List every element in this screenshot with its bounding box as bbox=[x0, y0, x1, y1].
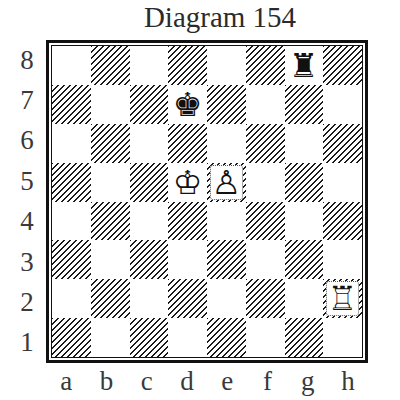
square-h8[interactable] bbox=[323, 46, 362, 85]
square-g6[interactable] bbox=[285, 124, 324, 163]
piece-white-king[interactable]: ♔ bbox=[173, 166, 203, 199]
file-labels: abcdefgh bbox=[46, 364, 368, 398]
square-e7[interactable] bbox=[207, 85, 246, 124]
diagram-title: Diagram 154 bbox=[144, 1, 296, 34]
square-b6[interactable] bbox=[91, 124, 130, 163]
file-label-e: e bbox=[207, 364, 247, 398]
square-h3[interactable] bbox=[323, 240, 362, 279]
square-b8[interactable] bbox=[91, 46, 130, 85]
square-h5[interactable] bbox=[323, 163, 362, 202]
square-f5[interactable] bbox=[246, 163, 285, 202]
piece-black-king[interactable]: ♚ bbox=[173, 88, 203, 121]
square-f8[interactable] bbox=[246, 46, 285, 85]
square-d5[interactable]: ♔ bbox=[168, 163, 207, 202]
square-c5[interactable] bbox=[130, 163, 169, 202]
square-e2[interactable] bbox=[207, 279, 246, 318]
square-f2[interactable] bbox=[246, 279, 285, 318]
square-a2[interactable] bbox=[52, 279, 91, 318]
square-b2[interactable] bbox=[91, 279, 130, 318]
rank-label-3: 3 bbox=[12, 242, 42, 282]
square-c8[interactable] bbox=[130, 46, 169, 85]
square-c7[interactable] bbox=[130, 85, 169, 124]
square-g4[interactable] bbox=[285, 202, 324, 241]
chess-board: ♜♚♔♙♖ bbox=[51, 45, 363, 358]
square-a3[interactable] bbox=[52, 240, 91, 279]
square-h2[interactable]: ♖ bbox=[323, 279, 362, 318]
square-g8[interactable]: ♜ bbox=[285, 46, 324, 85]
square-b1[interactable] bbox=[91, 318, 130, 357]
square-e1[interactable] bbox=[207, 318, 246, 357]
file-label-a: a bbox=[46, 364, 86, 398]
square-a7[interactable] bbox=[52, 85, 91, 124]
square-f1[interactable] bbox=[246, 318, 285, 357]
square-a8[interactable] bbox=[52, 46, 91, 85]
square-e6[interactable] bbox=[207, 124, 246, 163]
square-d7[interactable]: ♚ bbox=[168, 85, 207, 124]
file-label-f: f bbox=[247, 364, 287, 398]
square-f3[interactable] bbox=[246, 240, 285, 279]
square-g1[interactable] bbox=[285, 318, 324, 357]
square-f6[interactable] bbox=[246, 124, 285, 163]
square-f4[interactable] bbox=[246, 202, 285, 241]
chess-diagram-page: Diagram 154 87654321 ♜♚♔♙♖ abcdefgh bbox=[0, 0, 400, 400]
square-c1[interactable] bbox=[130, 318, 169, 357]
square-e3[interactable] bbox=[207, 240, 246, 279]
square-g2[interactable] bbox=[285, 279, 324, 318]
square-d1[interactable] bbox=[168, 318, 207, 357]
rank-label-6: 6 bbox=[12, 121, 42, 161]
square-e5[interactable]: ♙ bbox=[207, 163, 246, 202]
file-label-b: b bbox=[86, 364, 126, 398]
file-label-g: g bbox=[288, 364, 328, 398]
rank-label-5: 5 bbox=[12, 161, 42, 201]
file-label-d: d bbox=[167, 364, 207, 398]
square-d8[interactable] bbox=[168, 46, 207, 85]
file-label-c: c bbox=[127, 364, 167, 398]
square-f7[interactable] bbox=[246, 85, 285, 124]
square-h7[interactable] bbox=[323, 85, 362, 124]
square-d2[interactable] bbox=[168, 279, 207, 318]
square-e4[interactable] bbox=[207, 202, 246, 241]
square-a1[interactable] bbox=[52, 318, 91, 357]
file-label-h: h bbox=[328, 364, 368, 398]
square-b4[interactable] bbox=[91, 202, 130, 241]
rank-label-2: 2 bbox=[12, 282, 42, 322]
square-c3[interactable] bbox=[130, 240, 169, 279]
piece-white-pawn[interactable]: ♙ bbox=[210, 165, 244, 200]
piece-black-rook[interactable]: ♜ bbox=[289, 49, 319, 82]
square-a4[interactable] bbox=[52, 202, 91, 241]
rank-label-1: 1 bbox=[12, 323, 42, 363]
square-a5[interactable] bbox=[52, 163, 91, 202]
rank-label-8: 8 bbox=[12, 40, 42, 80]
square-g7[interactable] bbox=[285, 85, 324, 124]
square-h4[interactable] bbox=[323, 202, 362, 241]
square-h1[interactable] bbox=[323, 318, 362, 357]
square-h6[interactable] bbox=[323, 124, 362, 163]
square-d6[interactable] bbox=[168, 124, 207, 163]
square-e8[interactable] bbox=[207, 46, 246, 85]
square-b3[interactable] bbox=[91, 240, 130, 279]
square-b5[interactable] bbox=[91, 163, 130, 202]
rank-labels: 87654321 bbox=[12, 40, 42, 363]
square-b7[interactable] bbox=[91, 85, 130, 124]
rank-label-7: 7 bbox=[12, 80, 42, 120]
square-d4[interactable] bbox=[168, 202, 207, 241]
square-a6[interactable] bbox=[52, 124, 91, 163]
square-g5[interactable] bbox=[285, 163, 324, 202]
rank-label-4: 4 bbox=[12, 202, 42, 242]
chess-board-frame: ♜♚♔♙♖ bbox=[46, 40, 368, 363]
square-c6[interactable] bbox=[130, 124, 169, 163]
square-c4[interactable] bbox=[130, 202, 169, 241]
square-d3[interactable] bbox=[168, 240, 207, 279]
square-g3[interactable] bbox=[285, 240, 324, 279]
square-c2[interactable] bbox=[130, 279, 169, 318]
piece-white-rook[interactable]: ♖ bbox=[326, 281, 360, 316]
